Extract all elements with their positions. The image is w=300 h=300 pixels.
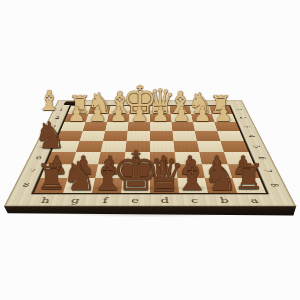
square-h3 (60, 122, 85, 131)
square-g3 (83, 122, 107, 131)
brand-plate (64, 101, 81, 105)
square-c7 (176, 164, 205, 177)
square-g2 (86, 114, 109, 122)
square-e4 (127, 131, 150, 141)
square-f2 (107, 114, 129, 122)
square-d7 (150, 164, 177, 177)
square-e5 (125, 141, 150, 152)
square-c3 (171, 122, 194, 131)
square-d3 (150, 122, 172, 131)
square-b4 (195, 131, 221, 141)
file-label-d: d (150, 195, 180, 206)
square-e8 (121, 178, 150, 193)
square-d1 (150, 106, 171, 114)
rank-label-right-7: 7 (252, 166, 284, 177)
square-f8 (92, 178, 123, 193)
rank-label-left-2: 2 (47, 114, 68, 122)
rank-label-right-5: 5 (242, 142, 270, 151)
square-g8 (63, 178, 95, 193)
square-f5 (101, 141, 127, 152)
file-label-a: a (238, 195, 272, 206)
square-b1 (189, 106, 211, 114)
rank-label-right-6: 6 (247, 153, 277, 163)
square-f4 (103, 131, 128, 141)
square-c8 (177, 178, 208, 193)
square-d8 (150, 178, 179, 193)
square-b3 (193, 122, 217, 131)
rank-label-right-3: 3 (234, 123, 259, 130)
square-f3 (105, 122, 128, 131)
square-b2 (191, 114, 214, 122)
square-d4 (150, 131, 173, 141)
square-f7 (95, 164, 124, 177)
rank-label-right-2: 2 (231, 115, 255, 122)
rank-label-right-4: 4 (238, 132, 265, 140)
square-f6 (98, 152, 125, 164)
square-d2 (150, 114, 171, 122)
rank-label-right-1: 1 (227, 107, 250, 113)
square-c4 (172, 131, 197, 141)
square-e1 (129, 106, 150, 114)
file-label-e: e (120, 195, 150, 206)
square-e2 (129, 114, 150, 122)
square-e3 (128, 122, 150, 131)
square-d5 (150, 141, 175, 152)
chess-board: hgfedcba1122334455667788 (4, 100, 296, 206)
rank-label-right-8: 8 (257, 179, 291, 191)
square-c2 (171, 114, 193, 122)
file-label-f: f (89, 195, 121, 206)
square-h1 (68, 106, 91, 114)
square-h2 (64, 114, 88, 122)
square-g4 (80, 131, 106, 141)
square-e7 (123, 164, 150, 177)
square-c1 (170, 106, 191, 114)
file-label-g: g (59, 195, 92, 206)
file-label-b: b (208, 195, 241, 206)
square-g6 (72, 152, 101, 164)
board-grid (34, 106, 266, 193)
square-c6 (175, 152, 202, 164)
square-f1 (109, 106, 130, 114)
square-c5 (173, 141, 199, 152)
rank-label-left-1: 1 (51, 106, 71, 114)
photo-stage: hgfedcba1122334455667788 ♝♜♞♝♛♚♝♞♜♟♟♟♟♟♟… (0, 0, 300, 300)
square-g5 (76, 141, 103, 152)
file-label-c: c (179, 195, 211, 206)
square-g7 (68, 164, 98, 177)
square-g1 (88, 106, 110, 114)
file-label-h: h (28, 195, 62, 206)
square-e6 (124, 152, 150, 164)
square-b5 (197, 141, 224, 152)
square-d6 (150, 152, 176, 164)
